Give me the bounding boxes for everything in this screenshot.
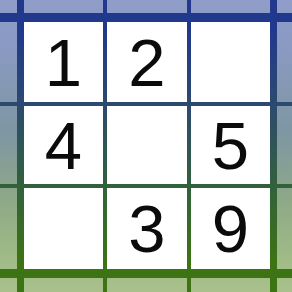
box-border-right xyxy=(270,0,277,292)
sudoku-cell-r3c2[interactable]: 3 xyxy=(107,188,187,269)
sudoku-cell-r1c2[interactable]: 2 xyxy=(107,22,187,102)
sudoku-cell-r3c3[interactable]: 9 xyxy=(191,188,270,269)
sudoku-cell-r1c1[interactable]: 1 xyxy=(24,22,103,102)
sudoku-cell-r1c3[interactable] xyxy=(191,22,270,102)
box-border-top xyxy=(0,13,292,22)
sudoku-cells: 1 2 4 5 3 9 xyxy=(24,22,270,269)
sudoku-cell-r2c2[interactable] xyxy=(107,106,187,184)
box-border-bottom xyxy=(0,269,292,278)
sudoku-board: 1 2 4 5 3 9 xyxy=(0,0,292,292)
sudoku-cell-r2c1[interactable]: 4 xyxy=(24,106,103,184)
sudoku-cell-r3c1[interactable] xyxy=(24,188,103,269)
sudoku-cell-r2c3[interactable]: 5 xyxy=(191,106,270,184)
box-border-left xyxy=(17,0,24,292)
